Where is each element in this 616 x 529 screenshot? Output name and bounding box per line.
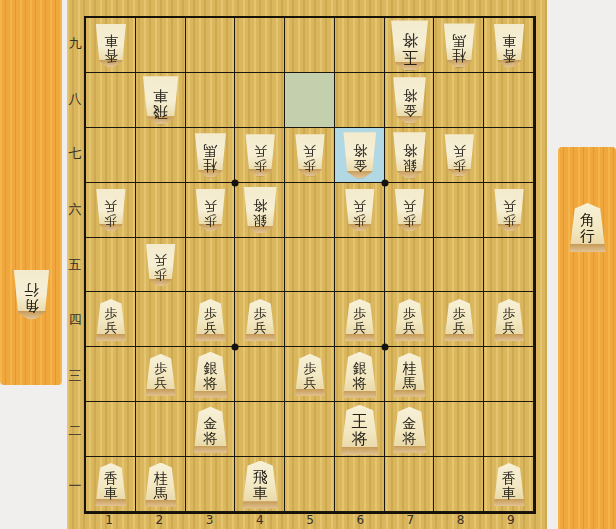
piece-kanji: 歩 <box>254 307 267 320</box>
square-5三[interactable]: 歩兵 <box>285 347 335 402</box>
star-point <box>232 344 239 351</box>
square-7五[interactable] <box>385 238 435 293</box>
square-2一[interactable]: 桂馬 <box>136 457 186 512</box>
square-2三[interactable]: 歩兵 <box>136 347 186 402</box>
square-4二[interactable] <box>235 402 285 457</box>
piece-pawn-bottom-player[interactable]: 歩兵 <box>94 299 128 341</box>
square-9九[interactable]: 香車 <box>484 18 534 73</box>
square-4九[interactable] <box>235 18 285 73</box>
square-4六[interactable]: 銀将 <box>235 183 285 238</box>
piece-kanji: 兵 <box>503 200 516 213</box>
piece-kanji: 行 <box>580 229 595 244</box>
square-5一[interactable] <box>285 457 335 512</box>
square-5五[interactable] <box>285 238 335 293</box>
rank-label-九: 九 <box>66 16 84 71</box>
piece-kanji: 兵 <box>453 145 466 158</box>
square-5六[interactable] <box>285 183 335 238</box>
square-3二[interactable]: 金将 <box>186 402 236 457</box>
piece-kanji: 歩 <box>503 307 516 320</box>
piece-kanji: 兵 <box>154 376 167 389</box>
square-9二[interactable] <box>484 402 534 457</box>
piece-kanji: 将 <box>403 431 417 445</box>
piece-kanji: 歩 <box>254 159 267 172</box>
rank-label-二: 二 <box>66 403 84 458</box>
piece-pawn-top-player[interactable]: 歩兵 <box>442 134 476 176</box>
piece-kanji: 馬 <box>452 34 466 48</box>
square-1九[interactable]: 香車 <box>86 18 136 73</box>
square-4八[interactable] <box>235 73 285 128</box>
piece-silver-top-player[interactable]: 銀将 <box>241 187 279 233</box>
square-3一[interactable] <box>186 457 236 512</box>
square-9三[interactable] <box>484 347 534 402</box>
square-3三[interactable]: 銀将 <box>186 347 236 402</box>
piece-pawn-bottom-player[interactable]: 歩兵 <box>293 354 327 396</box>
piece-kanji: 兵 <box>104 200 117 213</box>
square-3九[interactable] <box>186 18 236 73</box>
square-6一[interactable] <box>335 457 385 512</box>
piece-pawn-bottom-player[interactable]: 歩兵 <box>393 299 427 341</box>
square-6四[interactable]: 歩兵 <box>335 292 385 347</box>
piece-kanji: 車 <box>153 88 168 103</box>
square-1四[interactable]: 歩兵 <box>86 292 136 347</box>
square-1七[interactable] <box>86 128 136 183</box>
square-3四[interactable]: 歩兵 <box>186 292 236 347</box>
piece-rook-top-player[interactable]: 飛車 <box>140 76 181 124</box>
piece-kanji: 将 <box>353 144 367 158</box>
square-6八[interactable] <box>335 73 385 128</box>
piece-lance-bottom-player[interactable]: 香車 <box>492 463 527 506</box>
board-grid: 香車玉将桂馬香車飛車金将桂馬歩兵歩兵金将銀将歩兵歩兵歩兵銀将歩兵歩兵歩兵歩兵歩兵… <box>86 18 534 512</box>
star-point <box>382 180 389 187</box>
piece-kanji: 金 <box>403 416 417 430</box>
piece-kanji: 桂 <box>452 49 466 63</box>
piece-kanji: 車 <box>104 34 118 48</box>
square-8九[interactable]: 桂馬 <box>434 18 484 73</box>
piece-knight-bottom-player[interactable]: 桂馬 <box>392 353 428 397</box>
piece-lance-top-player[interactable]: 香車 <box>93 24 128 67</box>
piece-kanji: 歩 <box>503 214 516 227</box>
rank-label-四: 四 <box>66 293 84 348</box>
shogi-board: 香車玉将桂馬香車飛車金将桂馬歩兵歩兵金将銀将歩兵歩兵歩兵銀将歩兵歩兵歩兵歩兵歩兵… <box>84 16 536 514</box>
piece-kanji: 兵 <box>403 321 416 334</box>
square-7一[interactable] <box>385 457 435 512</box>
square-7二[interactable]: 金将 <box>385 402 435 457</box>
square-2二[interactable] <box>136 402 186 457</box>
rank-label-八: 八 <box>66 71 84 126</box>
square-1二[interactable] <box>86 402 136 457</box>
square-5四[interactable] <box>285 292 335 347</box>
piece-king-top-player[interactable]: 玉将 <box>388 20 431 70</box>
piece-knight-bottom-player[interactable]: 桂馬 <box>143 463 179 507</box>
piece-silver-bottom-player[interactable]: 銀将 <box>191 352 229 398</box>
square-9八[interactable] <box>484 73 534 128</box>
square-4四[interactable]: 歩兵 <box>235 292 285 347</box>
square-8六[interactable] <box>434 183 484 238</box>
piece-kanji: 歩 <box>303 159 316 172</box>
rank-label-六: 六 <box>66 182 84 237</box>
square-8八[interactable] <box>434 73 484 128</box>
piece-kanji: 歩 <box>104 307 117 320</box>
piece-pawn-bottom-player[interactable]: 歩兵 <box>243 299 277 341</box>
piece-kanji: 歩 <box>204 307 217 320</box>
piece-bishop-bottom-player[interactable]: 角行 <box>567 203 608 252</box>
piece-gold-top-player[interactable]: 金将 <box>391 77 429 123</box>
piece-kanji: 兵 <box>204 200 217 213</box>
piece-knight-top-player[interactable]: 桂馬 <box>192 133 228 177</box>
piece-kanji: 将 <box>203 431 217 445</box>
piece-kanji: 銀 <box>403 159 417 173</box>
square-4五[interactable] <box>235 238 285 293</box>
bottom-player-hand-stand[interactable]: 角行 <box>558 147 616 529</box>
piece-kanji: 歩 <box>403 307 416 320</box>
square-2九[interactable] <box>136 18 186 73</box>
piece-kanji: 行 <box>24 282 39 297</box>
square-6三[interactable]: 銀将 <box>335 347 385 402</box>
piece-kanji: 兵 <box>403 200 416 213</box>
square-1三[interactable] <box>86 347 136 402</box>
piece-kanji: 将 <box>402 32 418 48</box>
square-3六[interactable]: 歩兵 <box>186 183 236 238</box>
piece-pawn-top-player[interactable]: 歩兵 <box>393 189 427 231</box>
top-player-hand-stand[interactable]: 角行 <box>0 0 62 385</box>
square-3五[interactable] <box>186 238 236 293</box>
piece-kanji: 将 <box>253 199 267 213</box>
piece-kanji: 飛 <box>253 470 268 485</box>
square-2六[interactable] <box>136 183 186 238</box>
piece-kanji: 角 <box>24 298 39 313</box>
square-6六[interactable]: 歩兵 <box>335 183 385 238</box>
piece-lance-top-player[interactable]: 香車 <box>492 24 527 67</box>
piece-rook-bottom-player[interactable]: 飛車 <box>240 461 281 509</box>
piece-kanji: 将 <box>353 376 367 390</box>
square-7八[interactable]: 金将 <box>385 73 435 128</box>
piece-king-bottom-player[interactable]: 王将 <box>338 405 381 455</box>
square-2五[interactable]: 歩兵 <box>136 238 186 293</box>
piece-silver-bottom-player[interactable]: 銀将 <box>341 352 379 398</box>
piece-kanji: 兵 <box>104 321 117 334</box>
piece-kanji: 馬 <box>403 376 417 390</box>
rank-label-五: 五 <box>66 237 84 292</box>
piece-kanji: 歩 <box>154 362 167 375</box>
piece-kanji: 車 <box>104 486 118 500</box>
square-9一[interactable]: 香車 <box>484 457 534 512</box>
star-point <box>232 180 239 187</box>
piece-kanji: 金 <box>353 159 367 173</box>
piece-gold-bottom-player[interactable]: 金将 <box>191 407 229 453</box>
square-5八[interactable] <box>285 73 335 128</box>
piece-gold-bottom-player[interactable]: 金将 <box>391 407 429 453</box>
piece-pawn-top-player[interactable]: 歩兵 <box>94 189 128 231</box>
piece-kanji: 馬 <box>203 144 217 158</box>
piece-kanji: 香 <box>104 471 118 485</box>
square-8四[interactable]: 歩兵 <box>434 292 484 347</box>
square-5九[interactable] <box>285 18 335 73</box>
piece-kanji: 兵 <box>353 321 366 334</box>
square-6九[interactable] <box>335 18 385 73</box>
piece-pawn-top-player[interactable]: 歩兵 <box>293 134 327 176</box>
piece-pawn-top-player[interactable]: 歩兵 <box>144 244 178 286</box>
square-7三[interactable]: 桂馬 <box>385 347 435 402</box>
piece-pawn-top-player[interactable]: 歩兵 <box>193 189 227 231</box>
piece-silver-top-player[interactable]: 銀将 <box>391 132 429 178</box>
rank-label-一: 一 <box>66 459 84 514</box>
square-1五[interactable] <box>86 238 136 293</box>
piece-kanji: 桂 <box>403 361 417 375</box>
square-7四[interactable]: 歩兵 <box>385 292 435 347</box>
piece-kanji: 香 <box>104 49 118 63</box>
piece-kanji: 兵 <box>303 376 316 389</box>
piece-kanji: 兵 <box>254 321 267 334</box>
piece-kanji: 車 <box>253 486 268 501</box>
square-5七[interactable]: 歩兵 <box>285 128 335 183</box>
piece-kanji: 金 <box>403 104 417 118</box>
piece-pawn-bottom-player[interactable]: 歩兵 <box>144 354 178 396</box>
square-8三[interactable] <box>434 347 484 402</box>
square-2八[interactable]: 飛車 <box>136 73 186 128</box>
star-point <box>382 344 389 351</box>
piece-kanji: 歩 <box>453 159 466 172</box>
square-9六[interactable]: 歩兵 <box>484 183 534 238</box>
square-6二[interactable]: 王将 <box>335 402 385 457</box>
piece-bishop-top-player[interactable]: 角行 <box>11 270 52 319</box>
square-6五[interactable] <box>335 238 385 293</box>
piece-kanji: 桂 <box>154 471 168 485</box>
piece-kanji: 歩 <box>353 214 366 227</box>
piece-kanji: 角 <box>580 213 595 228</box>
piece-kanji: 桂 <box>203 159 217 173</box>
piece-pawn-bottom-player[interactable]: 歩兵 <box>492 299 526 341</box>
piece-kanji: 王 <box>352 414 368 430</box>
piece-kanji: 兵 <box>154 254 167 267</box>
piece-kanji: 歩 <box>403 214 416 227</box>
piece-kanji: 金 <box>203 416 217 430</box>
square-1八[interactable] <box>86 73 136 128</box>
square-1一[interactable]: 香車 <box>86 457 136 512</box>
square-3八[interactable] <box>186 73 236 128</box>
piece-kanji: 銀 <box>203 361 217 375</box>
square-2四[interactable] <box>136 292 186 347</box>
piece-kanji: 兵 <box>503 321 516 334</box>
piece-kanji: 兵 <box>303 145 316 158</box>
piece-kanji: 兵 <box>453 321 466 334</box>
square-7六[interactable]: 歩兵 <box>385 183 435 238</box>
piece-kanji: 将 <box>403 89 417 103</box>
piece-kanji: 歩 <box>104 214 117 227</box>
square-9七[interactable] <box>484 128 534 183</box>
square-4七[interactable]: 歩兵 <box>235 128 285 183</box>
piece-kanji: 香 <box>502 471 516 485</box>
square-8一[interactable] <box>434 457 484 512</box>
square-9四[interactable]: 歩兵 <box>484 292 534 347</box>
piece-pawn-bottom-player[interactable]: 歩兵 <box>193 299 227 341</box>
piece-kanji: 将 <box>352 431 368 447</box>
piece-kanji: 歩 <box>353 307 366 320</box>
piece-kanji: 玉 <box>402 49 418 65</box>
square-2七[interactable] <box>136 128 186 183</box>
square-5二[interactable] <box>285 402 335 457</box>
square-4三[interactable] <box>235 347 285 402</box>
square-8七[interactable]: 歩兵 <box>434 128 484 183</box>
piece-pawn-bottom-player[interactable]: 歩兵 <box>442 299 476 341</box>
square-3七[interactable]: 桂馬 <box>186 128 236 183</box>
piece-pawn-top-player[interactable]: 歩兵 <box>243 134 277 176</box>
rank-label-三: 三 <box>66 348 84 403</box>
piece-kanji: 歩 <box>303 362 316 375</box>
shogi-app: 角行 角行 九八七六五四三二一 123456789 香車玉将桂馬香車飛車金将桂馬… <box>0 0 616 529</box>
square-8二[interactable] <box>434 402 484 457</box>
piece-kanji: 兵 <box>353 200 366 213</box>
piece-kanji: 歩 <box>154 268 167 281</box>
piece-kanji: 香 <box>502 49 516 63</box>
piece-kanji: 馬 <box>154 486 168 500</box>
square-9五[interactable] <box>484 238 534 293</box>
piece-kanji: 銀 <box>253 214 267 228</box>
piece-gold-top-player[interactable]: 金将 <box>341 132 379 178</box>
rank-label-七: 七 <box>66 127 84 182</box>
piece-kanji: 兵 <box>254 145 267 158</box>
square-7九[interactable]: 玉将 <box>385 18 435 73</box>
square-8五[interactable] <box>434 238 484 293</box>
piece-kanji: 歩 <box>204 214 217 227</box>
piece-pawn-bottom-player[interactable]: 歩兵 <box>343 299 377 341</box>
square-1六[interactable]: 歩兵 <box>86 183 136 238</box>
rank-labels: 九八七六五四三二一 <box>66 16 84 514</box>
piece-kanji: 銀 <box>353 361 367 375</box>
piece-kanji: 飛 <box>153 104 168 119</box>
piece-kanji: 歩 <box>453 307 466 320</box>
square-7七[interactable]: 銀将 <box>385 128 435 183</box>
piece-knight-top-player[interactable]: 桂馬 <box>441 23 477 67</box>
piece-lance-bottom-player[interactable]: 香車 <box>93 463 128 506</box>
piece-kanji: 将 <box>403 144 417 158</box>
piece-kanji: 車 <box>502 34 516 48</box>
piece-kanji: 兵 <box>204 321 217 334</box>
piece-kanji: 将 <box>203 376 217 390</box>
piece-pawn-top-player[interactable]: 歩兵 <box>343 189 377 231</box>
piece-kanji: 車 <box>502 486 516 500</box>
piece-pawn-top-player[interactable]: 歩兵 <box>492 189 526 231</box>
square-6七[interactable]: 金将 <box>335 128 385 183</box>
square-4一[interactable]: 飛車 <box>235 457 285 512</box>
